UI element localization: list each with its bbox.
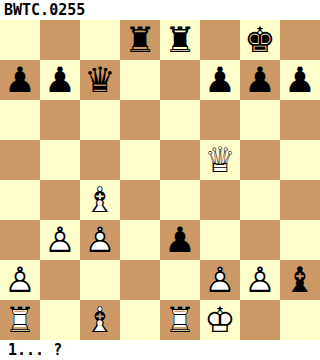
piece-outline: ♙: [40, 220, 80, 260]
square-f8[interactable]: [200, 20, 240, 60]
square-g4[interactable]: [240, 180, 280, 220]
black-pawn[interactable]: ♟: [160, 220, 200, 260]
piece-glyph: ♟: [160, 220, 200, 260]
square-e3[interactable]: ♟: [160, 220, 200, 260]
white-queen[interactable]: ♛♕: [200, 140, 240, 180]
chess-puzzle-app: BWTC.0255 ♜♜♚♟♟♛♟♟♟♛♕♝♗♟♙♟♙♟♟♙♟♙♟♙♝♜♖♝♗♜…: [0, 0, 320, 360]
square-g7[interactable]: ♟: [240, 60, 280, 100]
square-e8[interactable]: ♜: [160, 20, 200, 60]
square-d8[interactable]: ♜: [120, 20, 160, 60]
square-c5[interactable]: [80, 140, 120, 180]
piece-outline: ♙: [0, 260, 40, 300]
white-king[interactable]: ♚♔: [200, 300, 240, 340]
piece-glyph: ♟: [200, 60, 240, 100]
square-e5[interactable]: [160, 140, 200, 180]
piece-glyph: ♛: [80, 60, 120, 100]
square-h8[interactable]: [280, 20, 320, 60]
piece-outline: ♙: [200, 260, 240, 300]
white-pawn[interactable]: ♟♙: [200, 260, 240, 300]
square-c3[interactable]: ♟♙: [80, 220, 120, 260]
square-f1[interactable]: ♚♔: [200, 300, 240, 340]
puzzle-title: BWTC.0255: [0, 0, 320, 20]
white-pawn[interactable]: ♟♙: [0, 260, 40, 300]
square-a8[interactable]: [0, 20, 40, 60]
black-king[interactable]: ♚: [240, 20, 280, 60]
square-b5[interactable]: [40, 140, 80, 180]
black-pawn[interactable]: ♟: [280, 60, 320, 100]
square-f4[interactable]: [200, 180, 240, 220]
black-pawn[interactable]: ♟: [0, 60, 40, 100]
piece-glyph: ♝: [280, 260, 320, 300]
square-a6[interactable]: [0, 100, 40, 140]
square-h2[interactable]: ♝: [280, 260, 320, 300]
black-pawn[interactable]: ♟: [40, 60, 80, 100]
square-a5[interactable]: [0, 140, 40, 180]
square-f7[interactable]: ♟: [200, 60, 240, 100]
square-e1[interactable]: ♜♖: [160, 300, 200, 340]
square-e2[interactable]: [160, 260, 200, 300]
square-f2[interactable]: ♟♙: [200, 260, 240, 300]
square-b1[interactable]: [40, 300, 80, 340]
square-b8[interactable]: [40, 20, 80, 60]
square-g6[interactable]: [240, 100, 280, 140]
piece-glyph: ♚: [240, 20, 280, 60]
square-e4[interactable]: [160, 180, 200, 220]
piece-glyph: ♟: [240, 60, 280, 100]
black-rook[interactable]: ♜: [160, 20, 200, 60]
square-g2[interactable]: ♟♙: [240, 260, 280, 300]
black-bishop[interactable]: ♝: [280, 260, 320, 300]
piece-outline: ♗: [80, 180, 120, 220]
square-g5[interactable]: [240, 140, 280, 180]
square-c2[interactable]: [80, 260, 120, 300]
square-b3[interactable]: ♟♙: [40, 220, 80, 260]
square-e6[interactable]: [160, 100, 200, 140]
piece-glyph: ♜: [120, 20, 160, 60]
square-b4[interactable]: [40, 180, 80, 220]
chess-board: ♜♜♚♟♟♛♟♟♟♛♕♝♗♟♙♟♙♟♟♙♟♙♟♙♝♜♖♝♗♜♖♚♔: [0, 20, 320, 340]
square-b2[interactable]: [40, 260, 80, 300]
black-pawn[interactable]: ♟: [240, 60, 280, 100]
piece-outline: ♙: [240, 260, 280, 300]
white-bishop[interactable]: ♝♗: [80, 300, 120, 340]
piece-outline: ♗: [80, 300, 120, 340]
square-h5[interactable]: [280, 140, 320, 180]
square-d7[interactable]: [120, 60, 160, 100]
black-pawn[interactable]: ♟: [200, 60, 240, 100]
square-g8[interactable]: ♚: [240, 20, 280, 60]
white-bishop[interactable]: ♝♗: [80, 180, 120, 220]
square-c7[interactable]: ♛: [80, 60, 120, 100]
square-f6[interactable]: [200, 100, 240, 140]
square-b7[interactable]: ♟: [40, 60, 80, 100]
square-h7[interactable]: ♟: [280, 60, 320, 100]
square-e7[interactable]: [160, 60, 200, 100]
square-g1[interactable]: [240, 300, 280, 340]
square-f3[interactable]: [200, 220, 240, 260]
square-h3[interactable]: [280, 220, 320, 260]
square-d4[interactable]: [120, 180, 160, 220]
square-h6[interactable]: [280, 100, 320, 140]
square-d6[interactable]: [120, 100, 160, 140]
white-rook[interactable]: ♜♖: [160, 300, 200, 340]
square-a7[interactable]: ♟: [0, 60, 40, 100]
square-f5[interactable]: ♛♕: [200, 140, 240, 180]
black-queen[interactable]: ♛: [80, 60, 120, 100]
square-h1[interactable]: [280, 300, 320, 340]
square-a4[interactable]: [0, 180, 40, 220]
piece-outline: ♖: [0, 300, 40, 340]
square-d1[interactable]: [120, 300, 160, 340]
square-h4[interactable]: [280, 180, 320, 220]
piece-glyph: ♜: [160, 20, 200, 60]
white-pawn[interactable]: ♟♙: [80, 220, 120, 260]
piece-glyph: ♟: [280, 60, 320, 100]
square-d3[interactable]: [120, 220, 160, 260]
piece-glyph: ♟: [0, 60, 40, 100]
square-d5[interactable]: [120, 140, 160, 180]
square-a3[interactable]: [0, 220, 40, 260]
square-c8[interactable]: [80, 20, 120, 60]
square-c1[interactable]: ♝♗: [80, 300, 120, 340]
white-pawn[interactable]: ♟♙: [40, 220, 80, 260]
white-rook[interactable]: ♜♖: [0, 300, 40, 340]
piece-outline: ♖: [160, 300, 200, 340]
square-g3[interactable]: [240, 220, 280, 260]
square-b6[interactable]: [40, 100, 80, 140]
piece-outline: ♕: [200, 140, 240, 180]
square-c6[interactable]: [80, 100, 120, 140]
square-d2[interactable]: [120, 260, 160, 300]
white-pawn[interactable]: ♟♙: [240, 260, 280, 300]
square-c4[interactable]: ♝♗: [80, 180, 120, 220]
move-prompt: 1... ?: [0, 340, 320, 360]
piece-outline: ♙: [80, 220, 120, 260]
square-a1[interactable]: ♜♖: [0, 300, 40, 340]
black-rook[interactable]: ♜: [120, 20, 160, 60]
square-a2[interactable]: ♟♙: [0, 260, 40, 300]
piece-glyph: ♟: [40, 60, 80, 100]
piece-outline: ♔: [200, 300, 240, 340]
